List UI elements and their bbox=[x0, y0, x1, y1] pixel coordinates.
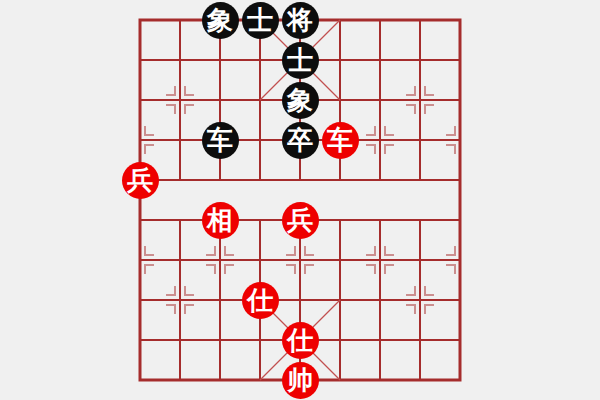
piece-red-soldier[interactable]: 兵 bbox=[282, 202, 319, 239]
piece-red-advisor[interactable]: 仕 bbox=[282, 322, 319, 359]
piece-red-advisor[interactable]: 仕 bbox=[242, 282, 279, 319]
piece-black-elephant[interactable]: 象 bbox=[202, 2, 239, 39]
piece-red-soldier[interactable]: 兵 bbox=[122, 162, 159, 199]
piece-red-general[interactable]: 帅 bbox=[282, 362, 319, 399]
xiangqi-board: 象士将士象车卒车兵相兵仕仕帅 bbox=[0, 0, 600, 400]
piece-black-general[interactable]: 将 bbox=[282, 2, 319, 39]
piece-black-soldier[interactable]: 卒 bbox=[282, 122, 319, 159]
piece-black-advisor[interactable]: 士 bbox=[242, 2, 279, 39]
pieces-layer: 象士将士象车卒车兵相兵仕仕帅 bbox=[120, 0, 480, 400]
piece-black-elephant[interactable]: 象 bbox=[282, 82, 319, 119]
piece-black-chariot[interactable]: 车 bbox=[202, 122, 239, 159]
piece-black-advisor[interactable]: 士 bbox=[282, 42, 319, 79]
piece-red-chariot[interactable]: 车 bbox=[322, 122, 359, 159]
piece-red-elephant[interactable]: 相 bbox=[202, 202, 239, 239]
